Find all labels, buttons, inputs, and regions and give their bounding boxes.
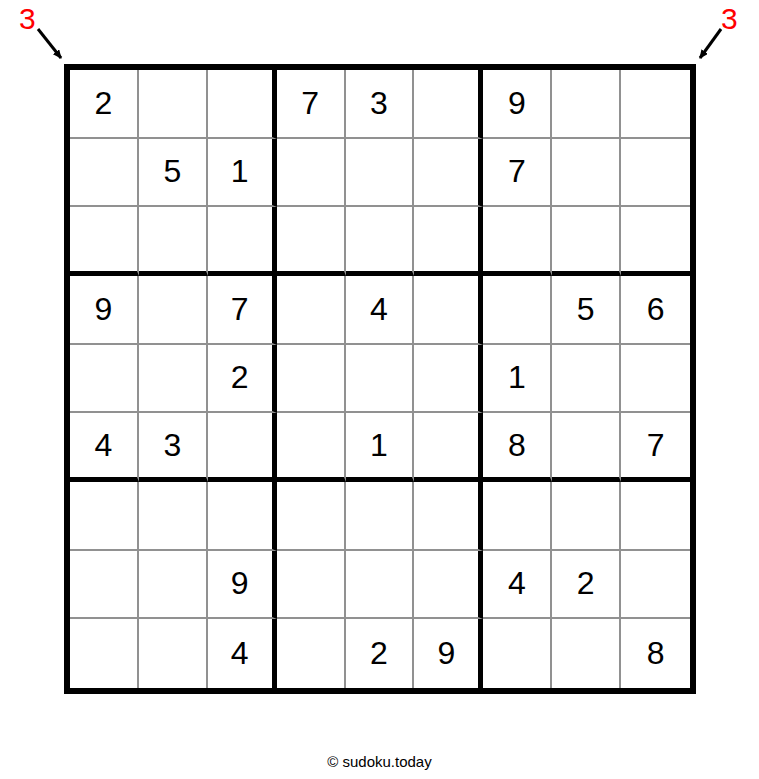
cell-r1c2[interactable] [139,70,208,139]
cell-r5c4[interactable] [277,345,346,414]
cell-r6c8[interactable] [552,413,621,482]
cell-r8c4[interactable] [277,551,346,620]
cell-r4c2[interactable] [139,276,208,345]
cell-r6c9[interactable]: 7 [621,413,690,482]
cell-r2c9[interactable] [621,139,690,208]
cell-r2c5[interactable] [346,139,415,208]
cell-r5c1[interactable] [70,345,139,414]
cell-r1c6[interactable] [414,70,483,139]
cell-r3c5[interactable] [346,207,415,276]
cell-r9c1[interactable] [70,619,139,688]
cell-r2c1[interactable] [70,139,139,208]
cell-r9c7[interactable] [483,619,552,688]
cell-r4c6[interactable] [414,276,483,345]
cell-r2c7[interactable]: 7 [483,139,552,208]
cell-r5c9[interactable] [621,345,690,414]
cell-r2c3[interactable]: 1 [208,139,277,208]
arrow-top-right-icon [700,29,721,58]
cell-r6c2[interactable]: 3 [139,413,208,482]
cell-r5c5[interactable] [346,345,415,414]
cell-r5c8[interactable] [552,345,621,414]
cell-r1c3[interactable] [208,70,277,139]
cell-r5c2[interactable] [139,345,208,414]
cell-r1c7[interactable]: 9 [483,70,552,139]
cell-r3c9[interactable] [621,207,690,276]
cell-r4c7[interactable] [483,276,552,345]
cell-r1c5[interactable]: 3 [346,70,415,139]
cell-r8c7[interactable]: 4 [483,551,552,620]
cell-r9c5[interactable]: 2 [346,619,415,688]
cell-r4c5[interactable]: 4 [346,276,415,345]
cell-r8c6[interactable] [414,551,483,620]
cell-r3c6[interactable] [414,207,483,276]
cell-r9c4[interactable] [277,619,346,688]
copyright-text: © sudoku.today [0,753,759,770]
cell-r3c3[interactable] [208,207,277,276]
cell-r7c1[interactable] [70,482,139,551]
cell-r6c3[interactable] [208,413,277,482]
cell-r9c2[interactable] [139,619,208,688]
cell-r7c9[interactable] [621,482,690,551]
cell-r3c4[interactable] [277,207,346,276]
cell-r5c3[interactable]: 2 [208,345,277,414]
cell-r9c3[interactable]: 4 [208,619,277,688]
cell-r7c5[interactable] [346,482,415,551]
cell-r4c3[interactable]: 7 [208,276,277,345]
cell-r3c1[interactable] [70,207,139,276]
cell-r8c9[interactable] [621,551,690,620]
sudoku-board: 27395179745621431879424298 [64,64,696,694]
cell-r7c2[interactable] [139,482,208,551]
cell-r3c2[interactable] [139,207,208,276]
cell-r8c2[interactable] [139,551,208,620]
cell-r9c8[interactable] [552,619,621,688]
cell-r6c4[interactable] [277,413,346,482]
diagonal-clue-top-left: 3 [19,4,36,34]
sudoku-page: 3 3 27395179745621431879424298 © sudoku.… [0,0,759,779]
cell-r2c2[interactable]: 5 [139,139,208,208]
cell-r9c9[interactable]: 8 [621,619,690,688]
cell-r1c1[interactable]: 2 [70,70,139,139]
cell-r6c7[interactable]: 8 [483,413,552,482]
cell-r8c1[interactable] [70,551,139,620]
cell-r8c8[interactable]: 2 [552,551,621,620]
cell-r3c7[interactable] [483,207,552,276]
cell-r1c9[interactable] [621,70,690,139]
cell-r4c4[interactable] [277,276,346,345]
cell-r7c8[interactable] [552,482,621,551]
cell-r2c8[interactable] [552,139,621,208]
cell-r4c9[interactable]: 6 [621,276,690,345]
cell-r6c1[interactable]: 4 [70,413,139,482]
cell-r7c7[interactable] [483,482,552,551]
cell-r1c4[interactable]: 7 [277,70,346,139]
cell-r3c8[interactable] [552,207,621,276]
cell-r8c5[interactable] [346,551,415,620]
cell-r8c3[interactable]: 9 [208,551,277,620]
cell-r6c5[interactable]: 1 [346,413,415,482]
cell-r9c6[interactable]: 9 [414,619,483,688]
cell-r7c6[interactable] [414,482,483,551]
cell-r7c3[interactable] [208,482,277,551]
cell-r5c6[interactable] [414,345,483,414]
cell-r5c7[interactable]: 1 [483,345,552,414]
cell-r4c8[interactable]: 5 [552,276,621,345]
cell-r2c4[interactable] [277,139,346,208]
cell-r2c6[interactable] [414,139,483,208]
cell-r1c8[interactable] [552,70,621,139]
diagonal-clue-top-right: 3 [721,4,738,34]
cell-r7c4[interactable] [277,482,346,551]
cell-r6c6[interactable] [414,413,483,482]
arrow-top-left-icon [38,29,61,58]
cell-r4c1[interactable]: 9 [70,276,139,345]
